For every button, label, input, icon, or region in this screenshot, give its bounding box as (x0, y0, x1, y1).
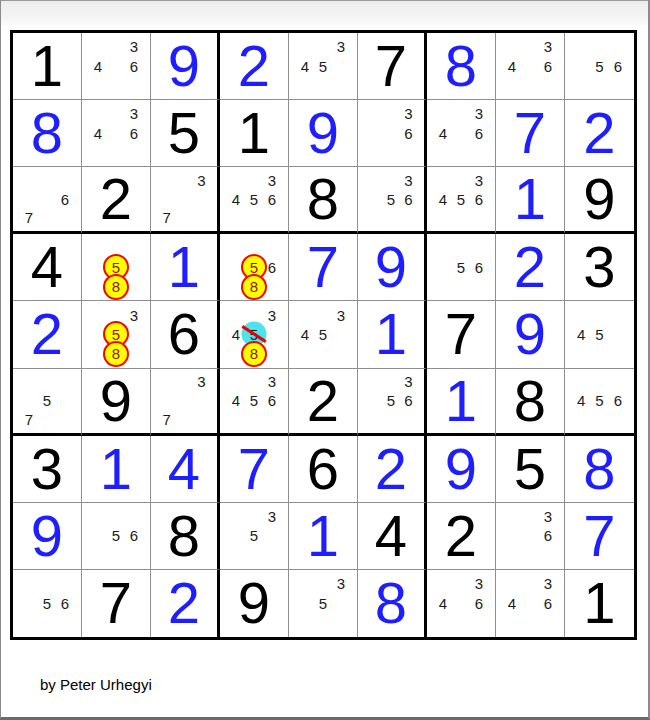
cell-r6c5[interactable]: 2 (289, 369, 358, 436)
candidate-slot-empty (503, 613, 521, 633)
candidate-slot-empty (227, 238, 245, 257)
candidate-slot-empty (434, 104, 452, 123)
candidate-slot-empty (470, 238, 488, 257)
cell-value: 1 (514, 170, 546, 228)
candidate-slot-empty (107, 507, 125, 526)
candidate-6: 6 (400, 123, 417, 142)
cell-r7c7[interactable]: 9 (427, 436, 496, 503)
cell-r9c7[interactable]: 346 (427, 570, 496, 637)
candidate-slot-empty (193, 410, 210, 429)
cell-r2c9[interactable]: 2 (565, 100, 634, 167)
candidate-slot-empty (107, 123, 125, 142)
cell-r6c4[interactable]: 3456 (220, 369, 289, 436)
candidate-slot-empty (263, 526, 281, 545)
candidate-4: 4 (296, 325, 314, 344)
cell-value: 9 (514, 305, 546, 363)
cell-r9c9[interactable]: 1 (565, 570, 634, 637)
cell-r8c6[interactable]: 4 (358, 503, 427, 570)
candidate-slot-empty (332, 594, 350, 614)
sudoku-board: 1346923457834656834651936346726723734568… (10, 30, 637, 640)
candidate-5: 5 (107, 526, 125, 545)
cell-value: 2 (514, 238, 546, 296)
cell-r3c1[interactable]: 67 (13, 167, 82, 234)
candidate-3: 3 (263, 507, 281, 526)
candidate-4: 4 (89, 123, 107, 142)
cell-value: 2 (375, 440, 407, 498)
cell-r8c7[interactable]: 2 (427, 503, 496, 570)
candidate-slot-empty (434, 171, 452, 190)
candidate-slot-empty (365, 104, 382, 123)
candidate-slot-empty (590, 76, 608, 95)
candidate-slot-empty (38, 171, 56, 190)
candidate-slot-empty (245, 546, 263, 565)
candidate-slot-empty (539, 546, 557, 565)
candidate-slot-empty (263, 546, 281, 565)
cell-r6c3[interactable]: 37 (151, 369, 220, 436)
cell-r2c1[interactable]: 8 (13, 100, 82, 167)
cell-r9c4[interactable]: 9 (220, 570, 289, 637)
candidate-slot-empty (332, 76, 350, 95)
candidate-slot-empty (125, 238, 143, 257)
candidate-slot-empty (452, 143, 470, 162)
candidate-slot-empty (365, 373, 382, 392)
candidate-slot-empty (125, 143, 143, 162)
cell-r1c2[interactable]: 346 (82, 33, 151, 100)
cell-r1c5[interactable]: 345 (289, 33, 358, 100)
candidate-slot-empty (521, 56, 539, 75)
cell-r1c8[interactable]: 346 (496, 33, 565, 100)
cell-r8c1[interactable]: 9 (13, 503, 82, 570)
cell-r3c8[interactable]: 1 (496, 167, 565, 234)
candidate-6: 6 (263, 391, 281, 410)
candidate-slot-empty (434, 209, 452, 228)
cell-r8c4[interactable]: 35 (220, 503, 289, 570)
cell-value: 4 (375, 507, 407, 565)
candidate-slot-empty (470, 143, 488, 162)
candidate-4: 4 (434, 594, 452, 614)
cell-r9c1[interactable]: 56 (13, 570, 82, 637)
candidate-3: 3 (193, 373, 210, 392)
candidate-4: 4 (503, 594, 521, 614)
candidate-slot-empty (38, 410, 56, 429)
candidate-slot-empty (175, 410, 192, 429)
cell-r8c5[interactable]: 1 (289, 503, 358, 570)
candidate-slot-empty (452, 594, 470, 614)
candidate-3: 3 (125, 37, 143, 56)
candidate-slot-empty (296, 37, 314, 56)
candidate-4: 4 (503, 56, 521, 75)
candidate-slot-empty (332, 344, 350, 363)
cell-value: 9 (375, 238, 407, 296)
cell-value: 1 (31, 37, 63, 95)
candidate-slot-empty (89, 37, 107, 56)
candidate-slot-empty (470, 277, 488, 296)
cell-value: 8 (168, 507, 200, 565)
cell-r9c8[interactable]: 346 (496, 570, 565, 637)
cell-value: 4 (168, 440, 200, 498)
candidate-slot-empty (503, 546, 521, 565)
candidate-slot-empty (245, 209, 263, 228)
candidate-slot-empty (125, 507, 143, 526)
candidate-slot-empty (572, 305, 590, 324)
cell-r1c3[interactable]: 9 (151, 33, 220, 100)
candidate-slot-empty (521, 507, 539, 526)
candidate-slot-empty (263, 410, 281, 429)
cell-value: 1 (238, 104, 270, 162)
candidate-slot-empty (434, 238, 452, 257)
cell-value: 1 (100, 440, 132, 498)
window-top-bar (1, 0, 648, 25)
candidate-6: 6 (263, 258, 281, 277)
candidate-slot-empty (590, 410, 608, 429)
candidate-slot-empty (590, 37, 608, 56)
candidate-slot-empty (382, 143, 399, 162)
candidate-3: 3 (539, 507, 557, 526)
cell-value: 9 (100, 372, 132, 430)
candidate-slot-empty (365, 123, 382, 142)
cell-value: 5 (514, 440, 546, 498)
candidate-slot-empty (452, 574, 470, 594)
candidate-slot-empty (56, 613, 74, 633)
cell-r5c1[interactable]: 2 (13, 301, 82, 368)
candidate-slot-empty (521, 574, 539, 594)
cell-r3c3[interactable]: 37 (151, 167, 220, 234)
candidate-slot-empty (263, 344, 281, 363)
cell-r8c2[interactable]: 56 (82, 503, 151, 570)
cell-r5c8[interactable]: 9 (496, 301, 565, 368)
cell-r2c7[interactable]: 346 (427, 100, 496, 167)
cell-r7c6[interactable]: 2 (358, 436, 427, 503)
candidate-slot-empty (400, 143, 417, 162)
cell-r3c9[interactable]: 9 (565, 167, 634, 234)
cell-r1c6[interactable]: 7 (358, 33, 427, 100)
cell-r5c4[interactable]: 3458 (220, 301, 289, 368)
cell-value: 7 (514, 104, 546, 162)
cell-r7c8[interactable]: 5 (496, 436, 565, 503)
candidate-slot-empty (125, 344, 143, 363)
cell-r2c2[interactable]: 346 (82, 100, 151, 167)
cell-value: 7 (238, 440, 270, 498)
cell-r4c7[interactable]: 56 (427, 234, 496, 301)
cell-value: 2 (31, 305, 63, 363)
candidate-6: 6 (539, 56, 557, 75)
candidate-slot-empty (107, 76, 125, 95)
candidate-5: 5 (452, 258, 470, 277)
candidate-8: 8 (245, 277, 263, 296)
candidate-7: 7 (20, 410, 38, 429)
cell-r5c3[interactable]: 6 (151, 301, 220, 368)
candidate-slot-empty (365, 190, 382, 209)
candidate-slot-empty (89, 76, 107, 95)
cell-r8c3[interactable]: 8 (151, 503, 220, 570)
cell-value: 2 (100, 170, 132, 228)
candidate-slot-empty (20, 391, 38, 410)
candidate-4: 4 (572, 391, 590, 410)
candidate-slot-empty (227, 171, 245, 190)
candidate-slot-empty (314, 344, 332, 363)
candidate-slot-empty (193, 209, 210, 228)
cell-value: 1 (445, 372, 477, 430)
candidate-slot-empty (56, 574, 74, 594)
candidate-4: 4 (572, 325, 590, 344)
candidate-slot-empty (193, 190, 210, 209)
cell-r8c9[interactable]: 7 (565, 503, 634, 570)
cell-value: 7 (100, 574, 132, 632)
candidate-slot-empty (382, 123, 399, 142)
cell-value: 2 (168, 574, 200, 632)
candidate-slot-empty (20, 613, 38, 633)
candidate-slot-empty (38, 209, 56, 228)
cell-r5c7[interactable]: 7 (427, 301, 496, 368)
candidate-5: 5 (245, 190, 263, 209)
candidate-slot-empty (175, 391, 192, 410)
candidate-5: 5 (245, 391, 263, 410)
candidate-slot-empty (227, 305, 245, 324)
cell-r2c3[interactable]: 5 (151, 100, 220, 167)
cell-r1c4[interactable]: 2 (220, 33, 289, 100)
cell-r4c5[interactable]: 7 (289, 234, 358, 301)
candidate-slot-empty (56, 171, 74, 190)
candidate-slot-empty (56, 209, 74, 228)
candidate-3: 3 (263, 171, 281, 190)
cell-r3c7[interactable]: 3456 (427, 167, 496, 234)
cell-r5c9[interactable]: 45 (565, 301, 634, 368)
cell-r2c6[interactable]: 36 (358, 100, 427, 167)
cell-r5c5[interactable]: 345 (289, 301, 358, 368)
candidate-slot-empty (314, 37, 332, 56)
candidate-slot-empty (521, 37, 539, 56)
cell-value: 8 (375, 574, 407, 632)
candidate-slot-empty (227, 507, 245, 526)
candidate-slot-empty (572, 344, 590, 363)
cell-r3c5[interactable]: 8 (289, 167, 358, 234)
cell-r6c8[interactable]: 8 (496, 369, 565, 436)
candidate-3: 3 (263, 373, 281, 392)
candidate-slot-empty (332, 56, 350, 75)
candidate-slot-empty (609, 37, 627, 56)
candidate-slot-empty (56, 410, 74, 429)
candidate-slot-empty (107, 143, 125, 162)
candidate-slot-empty (89, 305, 107, 324)
candidate-slot-empty (227, 546, 245, 565)
candidate-6: 6 (263, 190, 281, 209)
candidate-slot-empty (434, 574, 452, 594)
cell-value: 2 (583, 104, 615, 162)
candidate-slot-empty (296, 594, 314, 614)
cell-r4c3[interactable]: 1 (151, 234, 220, 301)
cell-r4c1[interactable]: 4 (13, 234, 82, 301)
candidate-slot-empty (452, 123, 470, 142)
candidate-slot-empty (158, 373, 175, 392)
candidate-slot-empty (175, 171, 192, 190)
candidate-3: 3 (400, 171, 417, 190)
candidate-slot-empty (125, 258, 143, 277)
candidate-slot-empty (227, 410, 245, 429)
cell-r7c5[interactable]: 6 (289, 436, 358, 503)
candidate-slot-empty (245, 507, 263, 526)
candidate-slot-empty (382, 209, 399, 228)
candidate-slot-empty (56, 391, 74, 410)
cell-value: 6 (307, 440, 339, 498)
candidate-slot-empty (400, 410, 417, 429)
cell-r4c9[interactable]: 3 (565, 234, 634, 301)
candidate-slot-empty (521, 526, 539, 545)
candidate-slot-empty (539, 76, 557, 95)
candidate-slot-empty (590, 305, 608, 324)
candidate-slot-empty (452, 171, 470, 190)
candidate-slot-empty (365, 171, 382, 190)
candidate-3: 3 (470, 104, 488, 123)
cell-value: 9 (307, 104, 339, 162)
candidate-slot-empty (20, 594, 38, 614)
candidate-slot-empty (89, 143, 107, 162)
cell-r7c1[interactable]: 3 (13, 436, 82, 503)
candidate-slot-empty (332, 325, 350, 344)
candidate-slot-empty (314, 76, 332, 95)
cell-r4c2[interactable]: 58 (82, 234, 151, 301)
candidate-slot-empty (609, 373, 627, 392)
candidate-3: 3 (470, 574, 488, 594)
candidate-slot-empty (452, 238, 470, 257)
cell-value: 9 (238, 574, 270, 632)
candidate-slot-empty (89, 238, 107, 257)
cell-r6c9[interactable]: 456 (565, 369, 634, 436)
cell-r9c5[interactable]: 35 (289, 570, 358, 637)
cell-r4c4[interactable]: 568 (220, 234, 289, 301)
candidate-slot-empty (382, 373, 399, 392)
candidate-slot-empty (590, 373, 608, 392)
cell-r9c3[interactable]: 2 (151, 570, 220, 637)
app-window: 1346923457834656834651936346726723734568… (0, 0, 650, 720)
cell-r7c9[interactable]: 8 (565, 436, 634, 503)
candidate-6: 6 (470, 258, 488, 277)
candidate-6: 6 (470, 190, 488, 209)
cell-value: 2 (238, 37, 270, 95)
cell-r1c1[interactable]: 1 (13, 33, 82, 100)
candidate-slot-empty (452, 104, 470, 123)
candidate-3: 3 (263, 305, 281, 324)
candidate-8: 8 (107, 277, 125, 296)
candidate-slot-empty (434, 143, 452, 162)
cell-r7c3[interactable]: 4 (151, 436, 220, 503)
candidate-slot-empty (227, 209, 245, 228)
cell-r2c8[interactable]: 7 (496, 100, 565, 167)
author-byline: by Peter Urhegyi (40, 676, 648, 693)
cell-r3c6[interactable]: 356 (358, 167, 427, 234)
cell-r4c8[interactable]: 2 (496, 234, 565, 301)
cell-value: 2 (445, 507, 477, 565)
cell-r6c7[interactable]: 1 (427, 369, 496, 436)
candidate-slot-empty (158, 190, 175, 209)
cell-r2c4[interactable]: 1 (220, 100, 289, 167)
candidate-slot-empty (503, 574, 521, 594)
candidate-4: 4 (89, 56, 107, 75)
candidate-slot-empty (382, 171, 399, 190)
cell-value: 9 (583, 170, 615, 228)
cell-value: 9 (31, 507, 63, 565)
candidate-5: 5 (590, 56, 608, 75)
candidate-slot-empty (521, 594, 539, 614)
candidate-slot-empty (470, 209, 488, 228)
cell-r4c6[interactable]: 9 (358, 234, 427, 301)
cell-r6c1[interactable]: 57 (13, 369, 82, 436)
candidate-slot-empty (89, 507, 107, 526)
candidate-6: 6 (400, 391, 417, 410)
candidate-6: 6 (470, 594, 488, 614)
candidate-3: 3 (332, 574, 350, 594)
cell-r2c5[interactable]: 9 (289, 100, 358, 167)
candidate-6: 6 (539, 526, 557, 545)
candidate-3: 3 (470, 171, 488, 190)
candidate-slot-empty (503, 507, 521, 526)
cell-value: 1 (307, 507, 339, 565)
candidate-slot-empty (434, 258, 452, 277)
candidate-slot-empty (609, 76, 627, 95)
cell-value: 7 (445, 305, 477, 363)
candidate-slot-empty (89, 546, 107, 565)
candidate-slot-empty (296, 344, 314, 363)
cell-r1c7[interactable]: 8 (427, 33, 496, 100)
candidate-slot-empty (107, 56, 125, 75)
cell-r8c8[interactable]: 36 (496, 503, 565, 570)
candidate-slot-empty (296, 305, 314, 324)
candidate-slot-empty (590, 344, 608, 363)
candidate-slot-empty (107, 546, 125, 565)
cell-r3c4[interactable]: 3456 (220, 167, 289, 234)
cell-r9c2[interactable]: 7 (82, 570, 151, 637)
candidate-6: 6 (125, 56, 143, 75)
candidate-slot-empty (38, 574, 56, 594)
cell-r9c6[interactable]: 8 (358, 570, 427, 637)
candidate-slot-empty (314, 574, 332, 594)
candidate-slot-empty (609, 344, 627, 363)
candidate-slot-empty (245, 410, 263, 429)
candidate-slot-empty (400, 209, 417, 228)
candidate-slot-empty (609, 410, 627, 429)
candidate-slot-empty (470, 613, 488, 633)
cell-r6c2[interactable]: 9 (82, 369, 151, 436)
candidate-5: 5 (38, 391, 56, 410)
cell-r7c2[interactable]: 1 (82, 436, 151, 503)
cell-r6c6[interactable]: 356 (358, 369, 427, 436)
cell-r7c4[interactable]: 7 (220, 436, 289, 503)
cell-r5c6[interactable]: 1 (358, 301, 427, 368)
cell-value: 6 (168, 305, 200, 363)
cell-value: 8 (307, 170, 339, 228)
cell-value: 7 (583, 507, 615, 565)
candidate-slot-empty (609, 305, 627, 324)
candidate-slot-empty (434, 277, 452, 296)
cell-value: 1 (583, 574, 615, 632)
candidate-slot-empty (314, 305, 332, 324)
cell-value: 8 (445, 37, 477, 95)
candidate-5: 5 (590, 391, 608, 410)
cell-r1c9[interactable]: 56 (565, 33, 634, 100)
cell-value: 8 (31, 104, 63, 162)
candidate-slot-empty (175, 209, 192, 228)
cell-r5c2[interactable]: 358 (82, 301, 151, 368)
candidate-6: 6 (125, 526, 143, 545)
candidate-6: 6 (400, 190, 417, 209)
cell-value: 3 (31, 440, 63, 498)
candidate-slot-empty (175, 190, 192, 209)
candidate-slot-empty (263, 277, 281, 296)
candidate-slot-empty (572, 56, 590, 75)
candidate-slot-empty (382, 104, 399, 123)
cell-r3c2[interactable]: 2 (82, 167, 151, 234)
candidate-slot-empty (89, 104, 107, 123)
cell-value: 8 (583, 440, 615, 498)
